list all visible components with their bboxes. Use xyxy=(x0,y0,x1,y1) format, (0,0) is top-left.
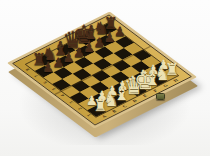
rank-label-text: 2 xyxy=(77,107,83,110)
rank-label-text: 5 xyxy=(50,87,56,90)
rank-label-text: 4 xyxy=(59,94,65,97)
rank-label-text: 6 xyxy=(42,81,48,84)
rank-label-text: 1 xyxy=(85,114,91,117)
chess-set-photo: 8♜♞♝♛♚♝♞♜7♟♟♟♟♟♟♟♟65432♟♟♟♟♟♟♟♟1♜♞♝♛♚♝♞♜… xyxy=(0,0,210,156)
clasp xyxy=(156,93,165,100)
rank-label-text: 7 xyxy=(33,74,39,77)
rank-label-text: 3 xyxy=(68,100,74,103)
rank-label-text: 8 xyxy=(24,68,30,71)
